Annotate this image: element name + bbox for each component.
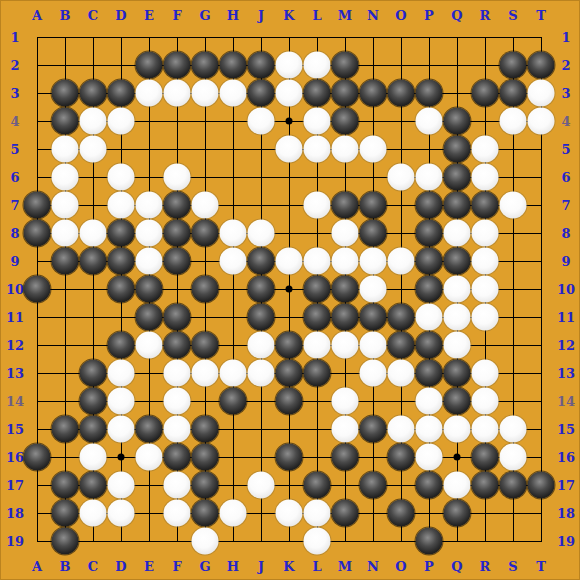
col-label-top-P: P [424,9,434,22]
black-stone-G17 [192,472,219,499]
white-stone-T4 [528,108,555,135]
black-stone-F16 [164,444,191,471]
black-stone-P17 [416,472,443,499]
black-stone-R3 [472,80,499,107]
white-stone-N10 [360,276,387,303]
row-label-right-13: 13 [557,367,575,380]
white-stone-T3 [528,80,555,107]
row-label-left-4: 4 [10,115,19,128]
hoshi-point [286,286,293,293]
black-stone-J3 [248,80,275,107]
white-stone-Q11 [444,304,471,331]
black-stone-L3 [304,80,331,107]
row-label-left-1: 1 [10,31,19,44]
white-stone-S16 [500,444,527,471]
white-stone-L9 [304,248,331,275]
go-board: AABBCCDDEEFFGGHHJJKKLLMMNNOOPPQQRRSSTT11… [0,0,580,580]
white-stone-O9 [388,248,415,275]
white-stone-S15 [500,416,527,443]
col-label-bottom-M: M [338,560,352,573]
row-label-left-5: 5 [10,143,19,156]
black-stone-A8 [24,220,51,247]
row-label-left-7: 7 [10,199,19,212]
black-stone-H2 [220,52,247,79]
row-label-left-9: 9 [10,255,19,268]
row-label-right-5: 5 [561,143,570,156]
white-stone-B5 [52,136,79,163]
white-stone-H13 [220,360,247,387]
col-label-bottom-N: N [367,560,379,573]
black-stone-F12 [164,332,191,359]
row-label-right-17: 17 [557,479,575,492]
col-label-bottom-B: B [60,560,71,573]
white-stone-E9 [136,248,163,275]
black-stone-A16 [24,444,51,471]
row-label-right-11: 11 [557,311,575,324]
black-stone-Q14 [444,388,471,415]
row-label-left-15: 15 [6,423,24,436]
white-stone-M14 [332,388,359,415]
white-stone-K2 [276,52,303,79]
row-label-right-18: 18 [557,507,575,520]
white-stone-P15 [416,416,443,443]
black-stone-E2 [136,52,163,79]
white-stone-R6 [472,164,499,191]
row-label-right-16: 16 [557,451,575,464]
white-stone-R8 [472,220,499,247]
black-stone-B19 [52,528,79,555]
white-stone-R5 [472,136,499,163]
black-stone-N11 [360,304,387,331]
black-stone-R16 [472,444,499,471]
white-stone-B7 [52,192,79,219]
white-stone-Q8 [444,220,471,247]
white-stone-D17 [108,472,135,499]
black-stone-P8 [416,220,443,247]
black-stone-N17 [360,472,387,499]
row-label-right-12: 12 [557,339,575,352]
white-stone-C4 [80,108,107,135]
black-stone-Q13 [444,360,471,387]
black-stone-C13 [80,360,107,387]
white-stone-E3 [136,80,163,107]
black-stone-E10 [136,276,163,303]
white-stone-R9 [472,248,499,275]
col-label-bottom-T: T [536,560,546,573]
white-stone-L5 [304,136,331,163]
white-stone-Q15 [444,416,471,443]
white-stone-R10 [472,276,499,303]
white-stone-F6 [164,164,191,191]
white-stone-L4 [304,108,331,135]
black-stone-F8 [164,220,191,247]
black-stone-N8 [360,220,387,247]
black-stone-F2 [164,52,191,79]
black-stone-L17 [304,472,331,499]
black-stone-O12 [388,332,415,359]
col-label-bottom-O: O [395,560,406,573]
col-label-top-D: D [115,9,126,22]
black-stone-M3 [332,80,359,107]
black-stone-J11 [248,304,275,331]
black-stone-G2 [192,52,219,79]
black-stone-A10 [24,276,51,303]
white-stone-K3 [276,80,303,107]
white-stone-K9 [276,248,303,275]
black-stone-M4 [332,108,359,135]
black-stone-B15 [52,416,79,443]
black-stone-N15 [360,416,387,443]
black-stone-C15 [80,416,107,443]
white-stone-O6 [388,164,415,191]
col-label-top-B: B [60,9,71,22]
white-stone-M9 [332,248,359,275]
white-stone-L19 [304,528,331,555]
col-label-top-Q: Q [451,9,462,22]
hoshi-point [454,454,461,461]
white-stone-Q10 [444,276,471,303]
white-stone-B8 [52,220,79,247]
black-stone-G18 [192,500,219,527]
black-stone-K13 [276,360,303,387]
black-stone-Q7 [444,192,471,219]
black-stone-P9 [416,248,443,275]
col-label-bottom-E: E [144,560,154,573]
row-label-right-14: 14 [557,395,575,408]
black-stone-G8 [192,220,219,247]
white-stone-N12 [360,332,387,359]
black-stone-D3 [108,80,135,107]
white-stone-D13 [108,360,135,387]
white-stone-F18 [164,500,191,527]
white-stone-N13 [360,360,387,387]
white-stone-C5 [80,136,107,163]
white-stone-G19 [192,528,219,555]
row-label-left-6: 6 [10,171,19,184]
row-label-left-3: 3 [10,87,19,100]
row-label-left-10: 10 [6,283,24,296]
white-stone-H18 [220,500,247,527]
white-stone-M8 [332,220,359,247]
white-stone-G3 [192,80,219,107]
black-stone-M10 [332,276,359,303]
black-stone-J2 [248,52,275,79]
row-label-right-6: 6 [561,171,570,184]
col-label-bottom-C: C [88,560,98,573]
white-stone-R13 [472,360,499,387]
row-label-right-15: 15 [557,423,575,436]
black-stone-B9 [52,248,79,275]
col-label-bottom-F: F [172,560,181,573]
row-label-left-12: 12 [6,339,24,352]
black-stone-Q5 [444,136,471,163]
white-stone-R15 [472,416,499,443]
black-stone-Q4 [444,108,471,135]
row-label-right-19: 19 [557,535,575,548]
white-stone-F17 [164,472,191,499]
black-stone-O18 [388,500,415,527]
black-stone-S2 [500,52,527,79]
row-label-right-4: 4 [561,115,570,128]
black-stone-B17 [52,472,79,499]
black-stone-P19 [416,528,443,555]
white-stone-J8 [248,220,275,247]
col-label-bottom-H: H [227,560,239,573]
col-label-bottom-K: K [283,560,294,573]
white-stone-C16 [80,444,107,471]
white-stone-P14 [416,388,443,415]
black-stone-E15 [136,416,163,443]
white-stone-P6 [416,164,443,191]
black-stone-L10 [304,276,331,303]
black-stone-T2 [528,52,555,79]
white-stone-R14 [472,388,499,415]
black-stone-L11 [304,304,331,331]
black-stone-M18 [332,500,359,527]
white-stone-O15 [388,416,415,443]
col-label-top-S: S [508,9,517,22]
col-label-top-C: C [88,9,98,22]
black-stone-P3 [416,80,443,107]
hoshi-point [118,454,125,461]
black-stone-Q6 [444,164,471,191]
col-label-top-L: L [312,9,321,22]
white-stone-D6 [108,164,135,191]
black-stone-C14 [80,388,107,415]
black-stone-D8 [108,220,135,247]
col-label-bottom-J: J [258,560,264,573]
black-stone-S17 [500,472,527,499]
col-label-bottom-G: G [199,560,210,573]
white-stone-L12 [304,332,331,359]
row-label-right-3: 3 [561,87,570,100]
black-stone-B3 [52,80,79,107]
col-label-top-H: H [227,9,239,22]
white-stone-C18 [80,500,107,527]
row-label-right-8: 8 [561,227,570,240]
col-label-top-T: T [536,9,546,22]
black-stone-M7 [332,192,359,219]
hoshi-point [286,118,293,125]
black-stone-H14 [220,388,247,415]
black-stone-O11 [388,304,415,331]
white-stone-H8 [220,220,247,247]
white-stone-L2 [304,52,331,79]
white-stone-O13 [388,360,415,387]
black-stone-G15 [192,416,219,443]
white-stone-J13 [248,360,275,387]
black-stone-P13 [416,360,443,387]
col-label-top-F: F [172,9,181,22]
row-label-right-2: 2 [561,59,570,72]
black-stone-G16 [192,444,219,471]
black-stone-C9 [80,248,107,275]
col-label-bottom-S: S [508,560,517,573]
row-label-right-10: 10 [557,283,575,296]
white-stone-D7 [108,192,135,219]
black-stone-K14 [276,388,303,415]
col-label-bottom-Q: Q [451,560,462,573]
white-stone-J17 [248,472,275,499]
white-stone-K5 [276,136,303,163]
black-stone-P10 [416,276,443,303]
white-stone-E12 [136,332,163,359]
grid-line-horizontal [37,541,542,542]
black-stone-C3 [80,80,107,107]
black-stone-O3 [388,80,415,107]
white-stone-N5 [360,136,387,163]
white-stone-D14 [108,388,135,415]
white-stone-S4 [500,108,527,135]
white-stone-N9 [360,248,387,275]
black-stone-K12 [276,332,303,359]
row-label-right-7: 7 [561,199,570,212]
col-label-bottom-A: A [32,560,42,573]
white-stone-F15 [164,416,191,443]
black-stone-A7 [24,192,51,219]
white-stone-R11 [472,304,499,331]
col-label-bottom-R: R [480,560,491,573]
black-stone-R7 [472,192,499,219]
white-stone-J4 [248,108,275,135]
white-stone-E8 [136,220,163,247]
black-stone-Q9 [444,248,471,275]
white-stone-Q12 [444,332,471,359]
col-label-top-J: J [258,9,264,22]
white-stone-D15 [108,416,135,443]
black-stone-J10 [248,276,275,303]
white-stone-P4 [416,108,443,135]
black-stone-J9 [248,248,275,275]
black-stone-F7 [164,192,191,219]
white-stone-M12 [332,332,359,359]
black-stone-F9 [164,248,191,275]
black-stone-G10 [192,276,219,303]
row-label-left-11: 11 [6,311,24,324]
row-label-right-9: 9 [561,255,570,268]
black-stone-C17 [80,472,107,499]
white-stone-L18 [304,500,331,527]
col-label-top-N: N [367,9,379,22]
row-label-left-18: 18 [6,507,24,520]
col-label-top-A: A [32,9,42,22]
black-stone-L13 [304,360,331,387]
col-label-bottom-P: P [424,560,434,573]
col-label-top-O: O [395,9,406,22]
white-stone-Q17 [444,472,471,499]
black-stone-F11 [164,304,191,331]
white-stone-M15 [332,416,359,443]
white-stone-G13 [192,360,219,387]
row-label-left-17: 17 [6,479,24,492]
white-stone-B6 [52,164,79,191]
black-stone-T17 [528,472,555,499]
col-label-top-G: G [199,9,210,22]
col-label-top-E: E [144,9,154,22]
white-stone-F3 [164,80,191,107]
black-stone-B4 [52,108,79,135]
black-stone-R17 [472,472,499,499]
white-stone-E16 [136,444,163,471]
row-label-left-19: 19 [6,535,24,548]
black-stone-B18 [52,500,79,527]
white-stone-E7 [136,192,163,219]
black-stone-P12 [416,332,443,359]
white-stone-P11 [416,304,443,331]
black-stone-O16 [388,444,415,471]
black-stone-D10 [108,276,135,303]
black-stone-D9 [108,248,135,275]
white-stone-F13 [164,360,191,387]
black-stone-M11 [332,304,359,331]
col-label-top-M: M [338,9,352,22]
white-stone-H3 [220,80,247,107]
black-stone-M16 [332,444,359,471]
row-label-left-2: 2 [10,59,19,72]
white-stone-K18 [276,500,303,527]
black-stone-P7 [416,192,443,219]
white-stone-F14 [164,388,191,415]
black-stone-D12 [108,332,135,359]
white-stone-D4 [108,108,135,135]
white-stone-G7 [192,192,219,219]
black-stone-G12 [192,332,219,359]
row-label-left-8: 8 [10,227,19,240]
black-stone-E11 [136,304,163,331]
white-stone-D18 [108,500,135,527]
black-stone-S3 [500,80,527,107]
black-stone-N7 [360,192,387,219]
white-stone-L7 [304,192,331,219]
black-stone-N3 [360,80,387,107]
white-stone-S7 [500,192,527,219]
col-label-top-R: R [480,9,491,22]
col-label-bottom-D: D [115,560,126,573]
black-stone-K16 [276,444,303,471]
black-stone-M2 [332,52,359,79]
col-label-bottom-L: L [312,560,321,573]
row-label-left-13: 13 [6,367,24,380]
black-stone-Q18 [444,500,471,527]
row-label-left-16: 16 [6,451,24,464]
row-label-left-14: 14 [6,395,24,408]
white-stone-H9 [220,248,247,275]
white-stone-P16 [416,444,443,471]
white-stone-C8 [80,220,107,247]
row-label-right-1: 1 [561,31,570,44]
white-stone-J12 [248,332,275,359]
col-label-top-K: K [283,9,294,22]
white-stone-M5 [332,136,359,163]
